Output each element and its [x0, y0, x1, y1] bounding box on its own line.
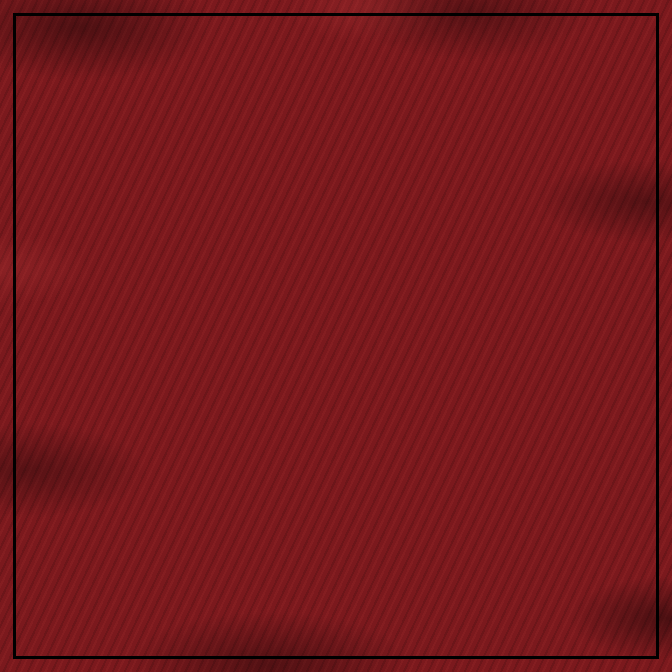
board-frame — [0, 0, 672, 672]
chess-board — [16, 16, 656, 656]
board-inner-border — [13, 13, 659, 659]
